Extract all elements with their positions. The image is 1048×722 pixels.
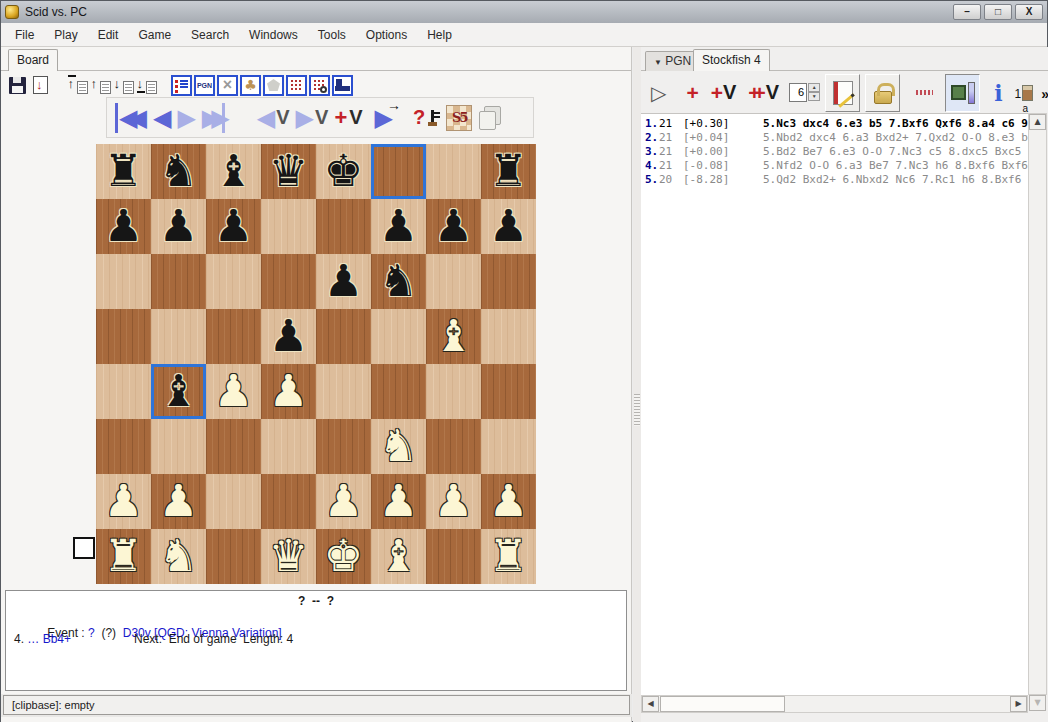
engine-pane: ▼ PGN Stockfish 4 ▷ + +V ++V 6 ▲ ▼	[641, 47, 1048, 722]
piece-black-rook: ♜	[96, 144, 151, 199]
goto-end-icon: ▶▶	[202, 103, 225, 133]
last-game-icon: ↓	[137, 75, 157, 95]
pgn-dropdown-icon[interactable]: ▼	[654, 58, 662, 67]
tree-icon: ♣	[244, 77, 257, 93]
square-c5[interactable]	[206, 309, 261, 364]
engine-window-button[interactable]	[332, 75, 353, 96]
square-b1[interactable]: ♞	[151, 529, 206, 584]
square-h4[interactable]	[481, 364, 536, 419]
copy-board-button[interactable]	[478, 101, 502, 135]
pentagon-icon	[267, 79, 280, 91]
scid-logo-icon: S5	[446, 105, 472, 131]
game-info-panel: ? -- ? Event : ? (?) D30v [QGD: Vienna V…	[5, 590, 627, 691]
square-f7[interactable]: ♟	[371, 199, 426, 254]
square-h8[interactable]: ♜	[481, 144, 536, 199]
menu-windows[interactable]: Windows	[239, 25, 308, 45]
move-line: 4. … Bb4+ Next: End of game Length: 4	[6, 632, 626, 648]
book-moves-button[interactable]: 1 a	[1015, 85, 1034, 101]
multipv-value[interactable]: 6	[789, 83, 807, 102]
toolbar-overflow-chevron[interactable]: »	[1041, 86, 1048, 102]
square-g5[interactable]: ♝	[426, 309, 481, 364]
horizontal-scroll-thumb[interactable]	[660, 696, 785, 712]
piece-black-bishop: ♝	[206, 144, 261, 199]
next-game-icon: ↓	[114, 75, 134, 95]
square-h2[interactable]: ♟	[481, 474, 536, 529]
piece-white-pawn: ♟	[96, 474, 151, 529]
first-game-icon: ↑	[68, 75, 88, 95]
square-g6[interactable]	[426, 254, 481, 309]
piece-white-rook: ♜	[481, 529, 536, 584]
square-h7[interactable]: ♟	[481, 199, 536, 254]
piece-black-knight: ♞	[151, 144, 206, 199]
square-f4[interactable]	[371, 364, 426, 419]
engine-line-3[interactable]: 3.21[+0.00]5.Bd2 Be7 6.e3 O-O 7.Nc3 c5 8…	[641, 145, 1028, 159]
menu-bar: File Play Edit Game Search Windows Tools…	[1, 23, 1047, 47]
enter-var-icon: ▶	[296, 103, 314, 133]
scroll-up-button[interactable]: ▲	[1029, 114, 1046, 130]
board-search-button[interactable]	[286, 75, 307, 96]
square-f6[interactable]: ♞	[371, 254, 426, 309]
square-b6[interactable]	[151, 254, 206, 309]
menu-game[interactable]: Game	[128, 25, 181, 45]
square-e3[interactable]	[316, 419, 371, 474]
piece-white-pawn: ♟	[481, 474, 536, 529]
square-c2[interactable]	[206, 474, 261, 529]
engine-line-5-eld: 20	[659, 173, 683, 187]
cpu-icon	[951, 85, 966, 100]
annotation-settings-button[interactable]	[825, 74, 860, 112]
square-d6[interactable]	[261, 254, 316, 309]
square-b4[interactable]: ♝	[151, 364, 206, 419]
engine-line-1-eln: 1.	[641, 117, 659, 131]
engine-line-2-elm: 5.Nbd2 dxc4 6.a3 Bxd2+ 7.Qxd2 O-O 8.e3 b	[763, 131, 1028, 145]
square-e7[interactable]	[316, 199, 371, 254]
first-game-button[interactable]: ↑	[67, 75, 88, 96]
gavel-icon	[427, 109, 440, 126]
square-f2[interactable]: ♟	[371, 474, 426, 529]
square-b7[interactable]: ♟	[151, 199, 206, 254]
menu-tools[interactable]: Tools	[308, 25, 356, 45]
square-d7[interactable]	[261, 199, 316, 254]
game-list-button[interactable]	[171, 75, 192, 96]
lock-icon	[874, 91, 892, 104]
engine-line-3-eld: 21	[659, 145, 683, 159]
piece-black-pawn: ♟	[261, 309, 316, 364]
menu-edit[interactable]: Edit	[88, 25, 129, 45]
engine-line-5-elm: 5.Qd2 Bxd2+ 6.Nbxd2 Nc6 7.Rc1 h6 8.Bxf6	[763, 173, 1021, 187]
title-bar: Scid vs. PC – □ X	[1, 1, 1047, 23]
square-d5[interactable]: ♟	[261, 309, 316, 364]
next-value: End of game	[169, 632, 237, 646]
piece-white-rook: ♜	[96, 529, 151, 584]
multipv-down-button[interactable]: ▼	[808, 92, 820, 101]
square-c1[interactable]	[206, 529, 261, 584]
multipv-spinbox[interactable]: 6 ▲ ▼	[789, 83, 820, 102]
piece-black-rook: ♜	[481, 144, 536, 199]
square-d8[interactable]: ♛	[261, 144, 316, 199]
engine-line-2-eln: 2.	[641, 131, 659, 145]
export-icon: ↓	[33, 76, 48, 94]
copy-icon	[478, 106, 502, 130]
tab-stockfish[interactable]: Stockfish 4	[693, 49, 770, 71]
square-f5[interactable]	[371, 309, 426, 364]
square-c6[interactable]	[206, 254, 261, 309]
engine-line-5-eln: 5.	[641, 173, 659, 187]
annotate-button[interactable]: ?	[413, 101, 440, 135]
square-d4[interactable]: ♟	[261, 364, 316, 419]
notebook-pencil-icon	[833, 81, 853, 105]
piece-black-knight: ♞	[371, 254, 426, 309]
autoplay-button[interactable]: ▶→	[375, 101, 393, 135]
square-g8[interactable]	[426, 144, 481, 199]
square-a6[interactable]	[96, 254, 151, 309]
piece-white-knight: ♞	[151, 529, 206, 584]
goto-start-icon: ◀◀	[115, 103, 147, 133]
pane-splitter[interactable]	[633, 47, 641, 722]
move-back-button[interactable]: ◀	[153, 101, 171, 135]
square-e8[interactable]: ♚	[316, 144, 371, 199]
menu-options[interactable]: Options	[356, 25, 417, 45]
book-icon	[1022, 85, 1033, 101]
splitter-grip-icon	[634, 394, 640, 426]
play-icon: ▷	[651, 81, 666, 105]
next-label: Next:	[134, 632, 169, 646]
tab-board[interactable]: Board	[8, 49, 58, 71]
square-d1[interactable]: ♛	[261, 529, 316, 584]
floppy-icon	[9, 77, 26, 94]
add-all-variations-button[interactable]: ++V	[748, 81, 779, 105]
square-a2[interactable]: ♟	[96, 474, 151, 529]
left-tab-strip: Board	[1, 47, 631, 71]
move-number: 4.	[14, 632, 24, 646]
cpu-bar-icon	[968, 82, 975, 104]
piece-black-king: ♚	[316, 144, 371, 199]
current-move-link[interactable]: Bb4+	[43, 632, 71, 646]
square-e6[interactable]: ♟	[316, 254, 371, 309]
right-tab-strip: ▼ PGN Stockfish 4	[641, 47, 1048, 71]
piece-black-pawn: ♟	[96, 199, 151, 254]
engine-line-4-elm: 5.Nfd2 O-O 6.a3 Be7 7.Nc3 h6 8.Bxf6 Bxf6	[763, 159, 1028, 173]
tree-window-button[interactable]: ♣	[240, 75, 261, 96]
square-g1[interactable]	[426, 529, 481, 584]
square-h6[interactable]	[481, 254, 536, 309]
square-a3[interactable]	[96, 419, 151, 474]
move-ellipsis: …	[24, 632, 43, 646]
enter-variation-button[interactable]: ▶V	[296, 101, 329, 135]
engine-line-4[interactable]: 4.21[-0.08]5.Nfd2 O-O 6.a3 Be7 7.Nc3 h6 …	[641, 159, 1028, 173]
square-b5[interactable]	[151, 309, 206, 364]
menu-help[interactable]: Help	[417, 25, 462, 45]
square-a4[interactable]	[96, 364, 151, 419]
exit-variation-button[interactable]: ◀V	[257, 101, 290, 135]
engine-line-3-eln: 3.	[641, 145, 659, 159]
engine-line-3-els: [+0.00]	[683, 145, 745, 159]
last-game-button[interactable]: ↓	[136, 75, 157, 96]
add-variation-button[interactable]: +V	[334, 101, 362, 135]
engine-line-2-els: [+0.04]	[683, 131, 745, 145]
menu-search[interactable]: Search	[181, 25, 239, 45]
previous-game-icon: ↑	[91, 75, 111, 95]
piece-black-queen: ♛	[261, 144, 316, 199]
square-f8[interactable]	[371, 144, 426, 199]
square-g4[interactable]	[426, 364, 481, 419]
square-d2[interactable]	[261, 474, 316, 529]
piece-white-queen: ♛	[261, 529, 316, 584]
engine-line-5[interactable]: 5.20[-8.28]5.Qd2 Bxd2+ 6.Nbxd2 Nc6 7.Rc1…	[641, 173, 1028, 187]
goto-end-button[interactable]: ▶▶	[202, 101, 225, 135]
tab-pgn[interactable]: ▼ PGN	[645, 51, 700, 71]
square-b3[interactable]	[151, 419, 206, 474]
minimize-button[interactable]: –	[953, 4, 981, 20]
move-forward-icon: ▶	[177, 103, 195, 133]
export-game-button[interactable]: ↓	[30, 75, 51, 96]
menu-play[interactable]: Play	[44, 25, 87, 45]
move-back-icon: ◀	[153, 103, 171, 133]
piece-black-pawn: ♟	[151, 199, 206, 254]
piece-white-pawn: ♟	[316, 474, 371, 529]
scroll-right-button[interactable]: ▶	[1010, 696, 1027, 712]
square-c4[interactable]: ♟	[206, 364, 261, 419]
save-game-button[interactable]	[7, 75, 28, 96]
piece-white-bishop: ♝	[426, 309, 481, 364]
setup-board-button[interactable]: S5	[446, 101, 472, 135]
length-label: Length:	[243, 632, 286, 646]
move-forward-button[interactable]: ▶	[177, 101, 195, 135]
square-h3[interactable]	[481, 419, 536, 474]
square-g7[interactable]: ♟	[426, 199, 481, 254]
piece-black-pawn: ♟	[371, 199, 426, 254]
info-icon: i	[994, 80, 1002, 106]
piece-white-pawn: ♟	[371, 474, 426, 529]
piece-black-pawn: ♟	[426, 199, 481, 254]
pgn-window-button[interactable]: PGN	[194, 75, 215, 96]
pgn-icon: PGN	[197, 82, 212, 89]
event-line: Event : ? (?) D30v [QGD: Vienna Variatio…	[6, 612, 626, 628]
engine-line-4-els: [-0.08]	[683, 159, 745, 173]
square-e1[interactable]: ♚	[316, 529, 371, 584]
engine-line-5-els: [-8.28]	[683, 173, 745, 187]
previous-game-button[interactable]: ↑	[90, 75, 111, 96]
engine-line-3-elm: 5.Bd2 Be7 6.e3 O-O 7.Nc3 c5 8.dxc5 Bxc5	[763, 145, 1021, 159]
square-e5[interactable]	[316, 309, 371, 364]
add-variation-engine-button[interactable]: +V	[711, 81, 737, 105]
side-to-move-indicator	[73, 537, 95, 559]
chess-board: ♜♞♝♛♚♜♟♟♟♟♟♟♟♞♟♝♝♟♟♞♟♟♟♟♟♟♜♞♛♚♝♜	[96, 144, 536, 584]
add-move-button[interactable]: +	[666, 81, 698, 105]
piece-black-bishop: ♝	[151, 364, 206, 419]
square-a8[interactable]: ♜	[96, 144, 151, 199]
square-a1[interactable]: ♜	[96, 529, 151, 584]
players-header: ? -- ?	[6, 591, 626, 608]
engine-toolbar: ▷ + +V ++V 6 ▲ ▼ i 1	[641, 72, 1048, 113]
exit-var-icon: ◀	[257, 103, 275, 133]
scroll-down-button[interactable]: ▼	[1029, 695, 1046, 711]
square-h5[interactable]	[481, 309, 536, 364]
square-g2[interactable]: ♟	[426, 474, 481, 529]
scroll-left-button[interactable]: ◀	[642, 696, 659, 712]
close-button[interactable]: X	[1015, 4, 1043, 20]
engine-start-button[interactable]: ▷	[641, 81, 666, 105]
square-c3[interactable]	[206, 419, 261, 474]
export-arrow-icon: ↓	[36, 77, 43, 92]
piece-black-pawn: ♟	[481, 199, 536, 254]
square-e4[interactable]	[316, 364, 371, 419]
piece-white-knight: ♞	[371, 419, 426, 474]
tools-icon: ×	[223, 78, 232, 92]
square-d3[interactable]	[261, 419, 316, 474]
status-text: [clipbase]: empty	[3, 695, 630, 715]
game-list-icon	[175, 79, 188, 92]
main-toolbar: ↓ ↑ ↑ ↓ ↓ PGN × ♣	[1, 73, 631, 97]
app-icon	[5, 5, 19, 19]
square-f1[interactable]: ♝	[371, 529, 426, 584]
goto-start-button[interactable]: ◀◀	[115, 101, 147, 135]
material-search-button[interactable]	[309, 75, 330, 96]
engine-train-icon	[335, 79, 350, 91]
square-a5[interactable]	[96, 309, 151, 364]
engine-line-1-eld: 21	[659, 117, 683, 131]
length-value: 4	[286, 632, 293, 646]
endgame-button[interactable]	[263, 75, 284, 96]
piece-white-pawn: ♟	[151, 474, 206, 529]
engine-info-button[interactable]: i	[980, 80, 1002, 106]
move-nav-toolbar: ◀◀ ◀ ▶ ▶▶ ◀V ▶V +V ▶→ ? S5	[106, 97, 534, 138]
piece-black-pawn: ♟	[206, 199, 261, 254]
window-title: Scid vs. PC	[25, 5, 953, 19]
engine-line-2[interactable]: 2.21[+0.04]5.Nbd2 dxc4 6.a3 Bxd2+ 7.Qxd2…	[641, 131, 1028, 145]
piece-white-pawn: ♟	[261, 364, 316, 419]
board-search-icon	[290, 79, 303, 92]
piece-white-bishop: ♝	[371, 529, 426, 584]
hardware-info-button[interactable]	[945, 74, 980, 112]
engine-output: 1.21[+0.30]5.Nc3 dxc4 6.e3 b5 7.Bxf6 Qxf…	[641, 113, 1028, 695]
engine-line-1[interactable]: 1.21[+0.30]5.Nc3 dxc4 6.e3 b5 7.Bxf6 Qxf…	[641, 117, 1028, 131]
square-f3[interactable]: ♞	[371, 419, 426, 474]
square-b2[interactable]: ♟	[151, 474, 206, 529]
engine-line-2-eld: 21	[659, 131, 683, 145]
vertical-scrollbar[interactable]: ▲	[1028, 113, 1047, 695]
square-h1[interactable]: ♜	[481, 529, 536, 584]
app-window: Scid vs. PC – □ X File Play Edit Game Se…	[0, 0, 1048, 722]
engine-line-1-elm: 5.Nc3 dxc4 6.e3 b5 7.Bxf6 Qxf6 8.a4 c6 9	[763, 117, 1028, 131]
next-game-button[interactable]: ↓	[113, 75, 134, 96]
low-priority-icon[interactable]	[916, 90, 933, 95]
piece-white-pawn: ♟	[206, 364, 261, 419]
square-g3[interactable]	[426, 419, 481, 474]
engine-line-4-eln: 4.	[641, 159, 659, 173]
engine-line-1-els: [+0.30]	[683, 117, 745, 131]
maintenance-button[interactable]: ×	[217, 75, 238, 96]
multipv-up-button[interactable]: ▲	[808, 83, 820, 92]
magnifier-icon	[320, 86, 327, 93]
horizontal-scrollbar[interactable]: ◀ ▶	[641, 695, 1028, 713]
square-c8[interactable]: ♝	[206, 144, 261, 199]
piece-white-king: ♚	[316, 529, 371, 584]
square-e2[interactable]: ♟	[316, 474, 371, 529]
square-b8[interactable]: ♞	[151, 144, 206, 199]
board-pane: Board ↓ ↑ ↑ ↓ ↓ PGN × ♣ ◀◀	[1, 47, 632, 722]
engine-line-4-eld: 21	[659, 159, 683, 173]
piece-white-pawn: ♟	[426, 474, 481, 529]
lock-engine-button[interactable]	[865, 74, 900, 112]
square-c7[interactable]: ♟	[206, 199, 261, 254]
square-a7[interactable]: ♟	[96, 199, 151, 254]
menu-file[interactable]: File	[5, 25, 44, 45]
status-bar: [clipbase]: empty	[1, 694, 632, 717]
maximize-button[interactable]: □	[984, 4, 1012, 20]
piece-black-pawn: ♟	[316, 254, 371, 309]
